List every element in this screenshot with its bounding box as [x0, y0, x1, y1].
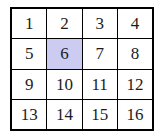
grid-cell[interactable]: 12: [118, 70, 152, 99]
grid-cell[interactable]: 4: [118, 9, 152, 38]
grid-cell[interactable]: 7: [83, 39, 117, 68]
grid-cell[interactable]: 8: [118, 39, 152, 68]
grid-cell[interactable]: 16: [118, 100, 152, 129]
grid-cell[interactable]: 5: [12, 39, 46, 68]
number-grid-board: 12345678910111213141516: [10, 7, 154, 131]
grid-cell[interactable]: 11: [83, 70, 117, 99]
grid-cell[interactable]: 14: [47, 100, 81, 129]
grid-cell[interactable]: 10: [47, 70, 81, 99]
grid-cell[interactable]: 2: [47, 9, 81, 38]
grid-cell[interactable]: 15: [83, 100, 117, 129]
grid-cell-highlighted[interactable]: 6: [47, 39, 81, 68]
number-grid-board-wrapper: 12345678910111213141516: [10, 7, 154, 131]
grid-cell[interactable]: 9: [12, 70, 46, 99]
grid-cell[interactable]: 1: [12, 9, 46, 38]
grid-cell[interactable]: 3: [83, 9, 117, 38]
grid-cell[interactable]: 13: [12, 100, 46, 129]
